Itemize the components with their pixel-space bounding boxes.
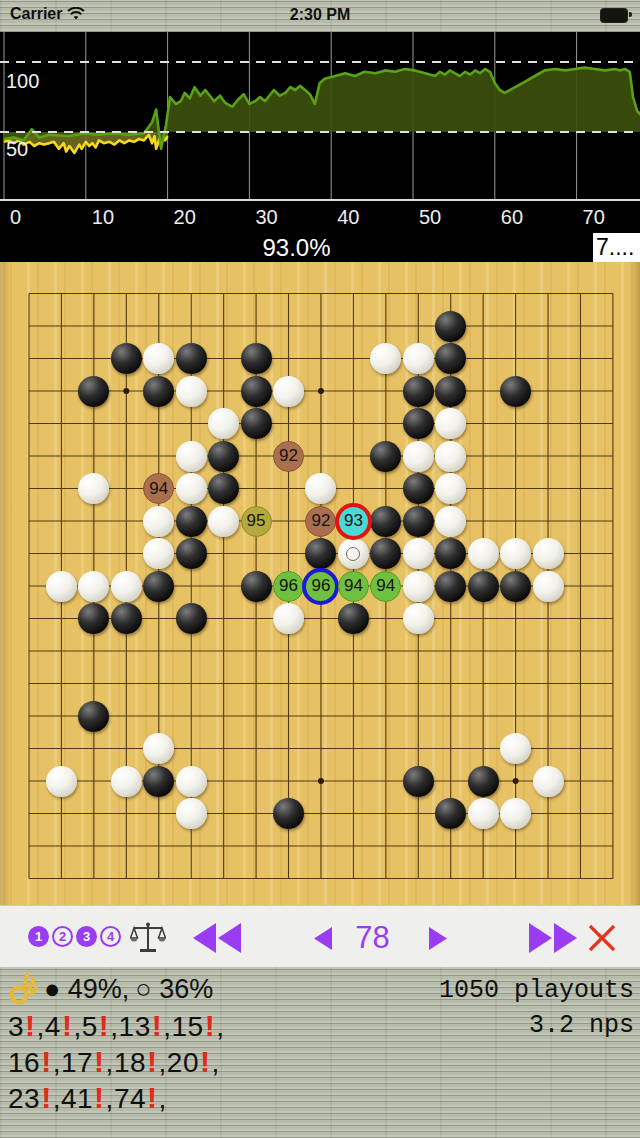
black-stone — [176, 603, 207, 634]
move-count-box[interactable]: 7.... — [593, 233, 640, 262]
white-stone — [176, 473, 207, 504]
black-stone — [143, 571, 174, 602]
white-stone — [533, 571, 564, 602]
winrate-bar: 93.0% 7.... — [0, 233, 640, 262]
status-bar: Carrier 2:30 PM — [0, 0, 640, 32]
x-tick-0: 0 — [10, 206, 21, 229]
black-stone — [403, 376, 434, 407]
white-stone — [111, 766, 142, 797]
mistake-icon: ! — [199, 1045, 212, 1078]
white-score: ○ 36% — [135, 974, 213, 1005]
mistake-icon: ! — [93, 1081, 106, 1114]
candidate-move-94[interactable]: 94 — [370, 571, 401, 602]
winrate-chart: 100 50 — [0, 32, 640, 199]
black-stone — [176, 506, 207, 537]
white-stone — [78, 571, 109, 602]
nps-label: 3.2 nps — [439, 1008, 634, 1043]
candidate-move-96[interactable]: 96 — [302, 568, 339, 605]
mistake-move-line: 3!,4!,5!,13!,15!, — [8, 1009, 224, 1043]
black-stone — [500, 376, 531, 407]
black-stone — [370, 506, 401, 537]
black-stone — [403, 766, 434, 797]
white-stone — [500, 538, 531, 569]
black-stone — [176, 343, 207, 374]
winrate-value: 93.0% — [0, 234, 593, 262]
white-stone — [533, 766, 564, 797]
white-stone — [468, 798, 499, 829]
x-tick-40: 40 — [337, 206, 359, 229]
x-tick-10: 10 — [92, 206, 114, 229]
white-stone — [111, 571, 142, 602]
black-stone — [500, 571, 531, 602]
black-stone — [403, 506, 434, 537]
black-stone — [241, 343, 272, 374]
white-stone — [468, 538, 499, 569]
history-button-1[interactable]: 1 — [28, 926, 49, 947]
black-stone — [78, 376, 109, 407]
candidate-move-95[interactable]: 95 — [241, 506, 272, 537]
white-stone — [46, 766, 77, 797]
black-stone — [176, 538, 207, 569]
y-tick-100: 100 — [6, 70, 39, 93]
black-score: ● 49%, — [44, 974, 129, 1005]
black-stone — [403, 408, 434, 439]
black-stone — [143, 766, 174, 797]
black-stone — [111, 603, 142, 634]
white-stone — [143, 506, 174, 537]
white-stone — [208, 506, 239, 537]
playouts-label: 1050 playouts — [439, 973, 634, 1008]
candidate-move-93[interactable]: 93 — [335, 503, 372, 540]
white-stone — [208, 408, 239, 439]
x-tick-30: 30 — [255, 206, 277, 229]
last-move-marker — [346, 547, 360, 561]
black-stone — [241, 408, 272, 439]
go-board[interactable]: 929495929396969494 — [0, 262, 640, 905]
ok-hand-icon — [8, 973, 38, 1005]
black-stone — [208, 473, 239, 504]
scales-icon[interactable] — [130, 921, 166, 955]
candidate-move-94[interactable]: 94 — [338, 571, 369, 602]
x-tick-20: 20 — [174, 206, 196, 229]
mistake-icon: ! — [93, 1045, 106, 1078]
mistake-move-line: 16!,17!,18!,20!, — [8, 1045, 220, 1079]
step-back-icon[interactable] — [313, 927, 333, 950]
black-stone — [111, 343, 142, 374]
candidate-move-92[interactable]: 92 — [305, 506, 336, 537]
chart-x-axis: 010203040506070 — [0, 199, 640, 235]
white-stone — [403, 441, 434, 472]
black-stone — [435, 376, 466, 407]
white-stone — [500, 798, 531, 829]
mistake-icon: ! — [204, 1009, 217, 1042]
white-stone — [435, 473, 466, 504]
black-stone — [78, 701, 109, 732]
x-tick-70: 70 — [583, 206, 605, 229]
black-stone — [338, 603, 369, 634]
mistake-icon: ! — [40, 1045, 53, 1078]
black-stone — [403, 473, 434, 504]
x-tick-50: 50 — [419, 206, 441, 229]
black-stone — [370, 441, 401, 472]
black-stone — [468, 571, 499, 602]
white-stone — [533, 538, 564, 569]
candidate-move-92[interactable]: 92 — [273, 441, 304, 472]
white-stone — [176, 766, 207, 797]
black-stone — [468, 766, 499, 797]
mistake-icon: ! — [61, 1009, 74, 1042]
black-stone — [208, 441, 239, 472]
rewind-icon[interactable] — [192, 923, 242, 953]
white-stone — [176, 441, 207, 472]
white-stone — [176, 376, 207, 407]
white-stone — [46, 571, 77, 602]
history-button-4[interactable]: 4 — [100, 926, 121, 947]
black-stone — [435, 538, 466, 569]
white-stone — [403, 343, 434, 374]
white-stone — [176, 798, 207, 829]
fast-forward-icon[interactable] — [528, 923, 578, 953]
mistake-icon: ! — [24, 1009, 37, 1042]
mistake-icon: ! — [146, 1081, 159, 1114]
white-stone — [403, 571, 434, 602]
black-stone — [435, 311, 466, 342]
candidate-move-96[interactable]: 96 — [273, 571, 304, 602]
black-stone — [435, 343, 466, 374]
white-stone — [435, 441, 466, 472]
black-stone — [241, 376, 272, 407]
history-button-2[interactable]: 2 — [52, 926, 73, 947]
mistake-icon: ! — [146, 1045, 159, 1078]
white-stone — [403, 603, 434, 634]
black-stone — [143, 376, 174, 407]
white-stone — [273, 603, 304, 634]
battery-icon — [600, 8, 628, 23]
mistake-icon: ! — [98, 1009, 111, 1042]
white-stone — [403, 538, 434, 569]
mistake-move-line: 23!,41!,74!, — [8, 1081, 167, 1115]
close-icon[interactable] — [588, 924, 616, 952]
x-tick-60: 60 — [501, 206, 523, 229]
black-stone — [241, 571, 272, 602]
white-stone — [435, 408, 466, 439]
move-number: 78 — [345, 920, 400, 956]
history-button-3[interactable]: 3 — [76, 926, 97, 947]
white-stone — [273, 376, 304, 407]
black-stone — [273, 798, 304, 829]
step-forward-icon[interactable] — [428, 927, 448, 950]
black-stone — [435, 798, 466, 829]
white-stone — [500, 733, 531, 764]
y-tick-50: 50 — [6, 138, 28, 161]
mistake-icon: ! — [151, 1009, 164, 1042]
black-stone — [435, 571, 466, 602]
toolbar: 1234 78 — [0, 905, 640, 968]
clock: 2:30 PM — [0, 6, 640, 24]
analysis-panel: ● 49%, ○ 36% 1050 playouts 3.2 nps 3!,4!… — [0, 967, 640, 1138]
white-stone — [435, 506, 466, 537]
mistake-icon: ! — [40, 1081, 53, 1114]
